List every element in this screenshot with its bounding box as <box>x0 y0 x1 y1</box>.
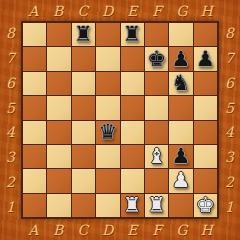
rank-label-4-left: 4 <box>0 120 21 145</box>
rank-label-6-right: 6 <box>219 71 240 96</box>
square-c6[interactable] <box>72 72 95 95</box>
square-d8[interactable] <box>96 23 119 46</box>
file-label-g-bottom: G <box>170 219 195 240</box>
square-d3[interactable] <box>96 145 119 168</box>
rank-label-1-left: 1 <box>0 194 21 219</box>
square-e3[interactable] <box>121 145 144 168</box>
square-h3[interactable] <box>194 145 217 168</box>
square-h2[interactable] <box>194 169 217 192</box>
square-f1[interactable]: ♜ <box>145 194 168 217</box>
file-label-b-top: B <box>46 0 71 21</box>
file-label-a-bottom: A <box>21 219 46 240</box>
square-f3[interactable]: ♝ <box>145 145 168 168</box>
rank-label-3-left: 3 <box>0 145 21 170</box>
square-e4[interactable] <box>121 121 144 144</box>
square-a1[interactable] <box>23 194 46 217</box>
file-label-h-top: H <box>194 0 219 21</box>
square-h6[interactable] <box>194 72 217 95</box>
square-h5[interactable] <box>194 96 217 119</box>
square-e6[interactable] <box>121 72 144 95</box>
rank-label-1-right: 1 <box>219 194 240 219</box>
square-c7[interactable] <box>72 47 95 70</box>
square-d2[interactable] <box>96 169 119 192</box>
white-bishop[interactable]: ♝ <box>147 146 166 167</box>
rank-label-2-right: 2 <box>219 170 240 195</box>
square-c8[interactable]: ♜ <box>72 23 95 46</box>
square-c3[interactable] <box>72 145 95 168</box>
square-c2[interactable] <box>72 169 95 192</box>
square-d4[interactable]: ♛ <box>96 121 119 144</box>
file-label-c-bottom: C <box>71 219 96 240</box>
square-e8[interactable]: ♜ <box>121 23 144 46</box>
square-d6[interactable] <box>96 72 119 95</box>
rank-label-7-right: 7 <box>219 46 240 71</box>
square-e2[interactable] <box>121 169 144 192</box>
square-g3[interactable]: ♟ <box>169 145 192 168</box>
black-knight[interactable]: ♞ <box>172 73 191 94</box>
square-e5[interactable] <box>121 96 144 119</box>
black-pawn[interactable]: ♟ <box>196 49 215 70</box>
square-h4[interactable] <box>194 121 217 144</box>
black-pawn[interactable]: ♟ <box>172 146 191 167</box>
square-f5[interactable] <box>145 96 168 119</box>
square-g2[interactable]: ♟ <box>169 169 192 192</box>
file-label-f-top: F <box>145 0 170 21</box>
white-rook[interactable]: ♜ <box>147 195 166 216</box>
white-king[interactable]: ♚ <box>196 195 215 216</box>
square-b4[interactable] <box>47 121 70 144</box>
black-king[interactable]: ♚ <box>147 49 166 70</box>
file-labels-top: ABCDEFGH <box>21 0 219 21</box>
black-rook[interactable]: ♜ <box>123 24 142 45</box>
black-pawn[interactable]: ♟ <box>172 49 191 70</box>
square-a3[interactable] <box>23 145 46 168</box>
rank-label-6-left: 6 <box>0 71 21 96</box>
square-h7[interactable]: ♟ <box>194 47 217 70</box>
square-g4[interactable] <box>169 121 192 144</box>
file-label-g-top: G <box>170 0 195 21</box>
square-f4[interactable] <box>145 121 168 144</box>
rank-labels-left: 87654321 <box>0 21 21 219</box>
square-a5[interactable] <box>23 96 46 119</box>
file-label-e-bottom: E <box>120 219 145 240</box>
black-rook[interactable]: ♜ <box>74 24 93 45</box>
file-label-f-bottom: F <box>145 219 170 240</box>
square-g6[interactable]: ♞ <box>169 72 192 95</box>
rank-label-3-right: 3 <box>219 145 240 170</box>
rank-labels-right: 87654321 <box>219 21 240 219</box>
file-label-h-bottom: H <box>194 219 219 240</box>
square-a8[interactable] <box>23 23 46 46</box>
square-a6[interactable] <box>23 72 46 95</box>
square-c4[interactable] <box>72 121 95 144</box>
rank-label-5-left: 5 <box>0 95 21 120</box>
square-b1[interactable] <box>47 194 70 217</box>
file-label-a-top: A <box>21 0 46 21</box>
file-label-c-top: C <box>71 0 96 21</box>
file-label-d-bottom: D <box>95 219 120 240</box>
file-label-e-top: E <box>120 0 145 21</box>
square-g7[interactable]: ♟ <box>169 47 192 70</box>
rank-label-7-left: 7 <box>0 46 21 71</box>
square-f8[interactable] <box>145 23 168 46</box>
white-pawn[interactable]: ♟ <box>172 170 191 191</box>
file-labels-bottom: ABCDEFGH <box>21 219 219 240</box>
square-b6[interactable] <box>47 72 70 95</box>
square-f7[interactable]: ♚ <box>145 47 168 70</box>
white-rook[interactable]: ♜ <box>123 195 142 216</box>
square-g5[interactable] <box>169 96 192 119</box>
chessboard-app: ABCDEFGH ABCDEFGH 87654321 87654321 ♜♜♚♟… <box>0 0 240 240</box>
square-d5[interactable] <box>96 96 119 119</box>
square-b5[interactable] <box>47 96 70 119</box>
square-c1[interactable] <box>72 194 95 217</box>
rank-label-4-right: 4 <box>219 120 240 145</box>
square-h1[interactable]: ♚ <box>194 194 217 217</box>
black-queen[interactable]: ♛ <box>98 122 117 143</box>
square-b2[interactable] <box>47 169 70 192</box>
file-label-d-top: D <box>95 0 120 21</box>
file-label-b-bottom: B <box>46 219 71 240</box>
square-g8[interactable] <box>169 23 192 46</box>
rank-label-5-right: 5 <box>219 95 240 120</box>
square-d7[interactable] <box>96 47 119 70</box>
square-b3[interactable] <box>47 145 70 168</box>
square-a2[interactable] <box>23 169 46 192</box>
square-f2[interactable] <box>145 169 168 192</box>
square-c5[interactable] <box>72 96 95 119</box>
square-d1[interactable] <box>96 194 119 217</box>
rank-label-2-left: 2 <box>0 170 21 195</box>
chess-board: ♜♜♚♟♟♞♛♝♟♟♜♜♚ <box>21 21 219 219</box>
rank-label-8-right: 8 <box>219 21 240 46</box>
square-g1[interactable] <box>169 194 192 217</box>
square-f6[interactable] <box>145 72 168 95</box>
rank-label-8-left: 8 <box>0 21 21 46</box>
square-a4[interactable] <box>23 121 46 144</box>
square-h8[interactable] <box>194 23 217 46</box>
square-e7[interactable] <box>121 47 144 70</box>
square-a7[interactable] <box>23 47 46 70</box>
square-b8[interactable] <box>47 23 70 46</box>
square-b7[interactable] <box>47 47 70 70</box>
square-e1[interactable]: ♜ <box>121 194 144 217</box>
